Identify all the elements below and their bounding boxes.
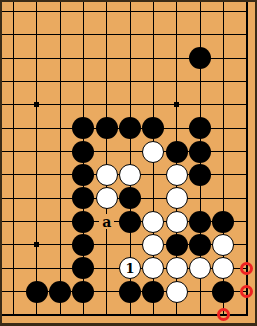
black-stone-9-8 <box>189 164 211 186</box>
black-stone-8-7 <box>166 141 188 163</box>
grid-line-horizontal-1 <box>2 11 248 12</box>
grid-line-horizontal-7 <box>2 151 248 152</box>
point-label-N5: a <box>99 214 114 229</box>
grid-line-horizontal-2 <box>2 34 248 35</box>
black-stone-9-10 <box>189 211 211 233</box>
grid-line-vertical-1 <box>13 2 14 316</box>
star-point-K10 <box>34 102 39 107</box>
black-stone-3-13 <box>49 281 71 303</box>
black-stone-6-6 <box>119 117 141 139</box>
go-board-diagram: a1 <box>0 0 257 326</box>
star-point-Q10 <box>174 102 179 107</box>
white-stone-9-12 <box>189 257 211 279</box>
white-stone-8-12 <box>166 257 188 279</box>
grid-line-vertical-2 <box>36 2 37 316</box>
grid-line-vertical-5 <box>106 2 107 316</box>
black-stone-4-11 <box>72 234 94 256</box>
white-stone-6-8 <box>119 164 141 186</box>
grid-line-horizontal-3 <box>2 58 248 59</box>
black-stone-4-7 <box>72 141 94 163</box>
black-stone-7-13 <box>142 281 164 303</box>
red-circle-mark-T3 <box>240 262 253 275</box>
red-circle-mark-T2 <box>240 285 253 298</box>
black-stone-4-8 <box>72 164 94 186</box>
black-stone-6-10 <box>119 211 141 233</box>
black-stone-7-6 <box>142 117 164 139</box>
black-stone-6-9 <box>119 187 141 209</box>
white-stone-10-12 <box>212 257 234 279</box>
black-stone-10-13 <box>212 281 234 303</box>
move-number-label: 1 <box>126 262 135 275</box>
black-stone-9-6 <box>189 117 211 139</box>
black-stone-8-11 <box>166 234 188 256</box>
white-stone-5-9 <box>96 187 118 209</box>
black-stone-9-11 <box>189 234 211 256</box>
white-stone-8-9 <box>166 187 188 209</box>
grid-line-horizontal-4 <box>2 81 248 82</box>
white-stone-7-7 <box>142 141 164 163</box>
white-stone-5-8 <box>96 164 118 186</box>
black-stone-2-13 <box>26 281 48 303</box>
white-stone-8-10 <box>166 211 188 233</box>
white-stone-8-13 <box>166 281 188 303</box>
white-stone-7-12 <box>142 257 164 279</box>
black-stone-5-6 <box>96 117 118 139</box>
white-stone-8-8 <box>166 164 188 186</box>
black-stone-4-12 <box>72 257 94 279</box>
red-circle-mark-S1 <box>217 308 230 321</box>
white-stone-7-10 <box>142 211 164 233</box>
white-stone-10-11 <box>212 234 234 256</box>
grid-line-vertical-3 <box>60 2 61 316</box>
black-stone-4-6 <box>72 117 94 139</box>
black-stone-6-13 <box>119 281 141 303</box>
black-stone-9-3 <box>189 47 211 69</box>
white-stone-6-12: 1 <box>119 257 141 279</box>
grid-line-horizontal-14 <box>2 314 248 316</box>
black-stone-4-13 <box>72 281 94 303</box>
black-stone-4-10 <box>72 211 94 233</box>
star-point-K4 <box>34 242 39 247</box>
black-stone-4-9 <box>72 187 94 209</box>
black-stone-9-7 <box>189 141 211 163</box>
white-stone-7-11 <box>142 234 164 256</box>
black-stone-10-10 <box>212 211 234 233</box>
